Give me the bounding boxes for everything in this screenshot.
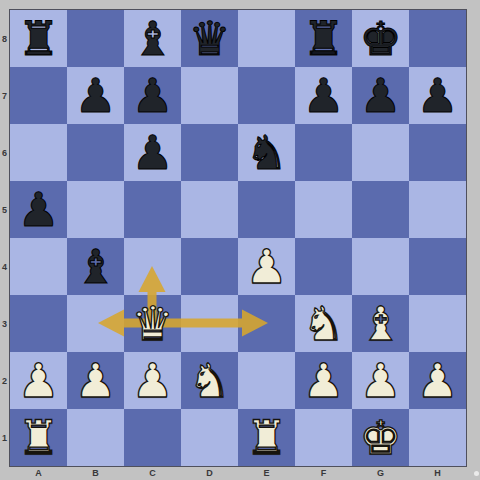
- square-g2[interactable]: ♟: [352, 352, 409, 409]
- square-d1[interactable]: [181, 409, 238, 466]
- square-h1[interactable]: [409, 409, 466, 466]
- square-c1[interactable]: [124, 409, 181, 466]
- square-b5[interactable]: [67, 181, 124, 238]
- square-a5[interactable]: ♟: [10, 181, 67, 238]
- square-e2[interactable]: [238, 352, 295, 409]
- piece-white-pawn[interactable]: ♟: [302, 357, 344, 404]
- square-e7[interactable]: [238, 67, 295, 124]
- square-e3[interactable]: [238, 295, 295, 352]
- square-a1[interactable]: ♜: [10, 409, 67, 466]
- piece-black-pawn[interactable]: ♟: [131, 72, 173, 119]
- square-a2[interactable]: ♟: [10, 352, 67, 409]
- square-c5[interactable]: [124, 181, 181, 238]
- square-c8[interactable]: ♝: [124, 10, 181, 67]
- square-a7[interactable]: [10, 67, 67, 124]
- piece-white-rook[interactable]: ♜: [17, 414, 59, 461]
- piece-black-pawn[interactable]: ♟: [17, 186, 59, 233]
- square-h5[interactable]: [409, 181, 466, 238]
- rank-label-5: 5: [0, 181, 9, 238]
- piece-white-pawn[interactable]: ♟: [74, 357, 116, 404]
- square-e8[interactable]: [238, 10, 295, 67]
- rank-label-3: 3: [0, 295, 9, 352]
- chess-app-window: ♜♝♛♜♚♟♟♟♟♟♟♞♟♝♟♛♞♝♟♟♟♞♟♟♟♜♜♚ 87654321 AB…: [0, 0, 480, 480]
- corner-dot: [474, 471, 479, 476]
- square-g7[interactable]: ♟: [352, 67, 409, 124]
- rank-label-7: 7: [0, 67, 9, 124]
- square-c7[interactable]: ♟: [124, 67, 181, 124]
- square-f4[interactable]: [295, 238, 352, 295]
- rank-label-2: 2: [0, 352, 9, 409]
- piece-white-queen[interactable]: ♛: [131, 300, 173, 347]
- square-g5[interactable]: [352, 181, 409, 238]
- square-g4[interactable]: [352, 238, 409, 295]
- file-label-d: D: [181, 466, 238, 480]
- piece-black-bishop[interactable]: ♝: [131, 15, 173, 62]
- square-h6[interactable]: [409, 124, 466, 181]
- square-b1[interactable]: [67, 409, 124, 466]
- piece-black-king[interactable]: ♚: [359, 15, 401, 62]
- piece-white-knight[interactable]: ♞: [302, 300, 344, 347]
- square-c6[interactable]: ♟: [124, 124, 181, 181]
- piece-black-rook[interactable]: ♜: [17, 15, 59, 62]
- square-c4[interactable]: [124, 238, 181, 295]
- file-label-e: E: [238, 466, 295, 480]
- square-a8[interactable]: ♜: [10, 10, 67, 67]
- square-c3[interactable]: ♛: [124, 295, 181, 352]
- square-d6[interactable]: [181, 124, 238, 181]
- piece-black-knight[interactable]: ♞: [245, 129, 287, 176]
- square-e5[interactable]: [238, 181, 295, 238]
- square-d3[interactable]: [181, 295, 238, 352]
- square-f7[interactable]: ♟: [295, 67, 352, 124]
- rank-label-4: 4: [0, 238, 9, 295]
- file-label-b: B: [67, 466, 124, 480]
- square-e4[interactable]: ♟: [238, 238, 295, 295]
- square-h4[interactable]: [409, 238, 466, 295]
- square-g3[interactable]: ♝: [352, 295, 409, 352]
- square-g1[interactable]: ♚: [352, 409, 409, 466]
- piece-white-pawn[interactable]: ♟: [359, 357, 401, 404]
- piece-black-pawn[interactable]: ♟: [131, 129, 173, 176]
- square-d5[interactable]: [181, 181, 238, 238]
- square-g8[interactable]: ♚: [352, 10, 409, 67]
- square-f2[interactable]: ♟: [295, 352, 352, 409]
- rank-labels: 87654321: [0, 10, 9, 466]
- piece-black-queen[interactable]: ♛: [188, 15, 230, 62]
- square-d2[interactable]: ♞: [181, 352, 238, 409]
- piece-white-pawn[interactable]: ♟: [416, 357, 458, 404]
- square-f8[interactable]: ♜: [295, 10, 352, 67]
- file-label-c: C: [124, 466, 181, 480]
- square-a4[interactable]: [10, 238, 67, 295]
- chess-board: ♜♝♛♜♚♟♟♟♟♟♟♞♟♝♟♛♞♝♟♟♟♞♟♟♟♜♜♚: [9, 9, 467, 467]
- square-a3[interactable]: [10, 295, 67, 352]
- rank-label-8: 8: [0, 10, 9, 67]
- file-labels: ABCDEFGH: [10, 466, 466, 480]
- square-b3[interactable]: [67, 295, 124, 352]
- piece-black-pawn[interactable]: ♟: [359, 72, 401, 119]
- square-b6[interactable]: [67, 124, 124, 181]
- square-f1[interactable]: [295, 409, 352, 466]
- piece-black-pawn[interactable]: ♟: [416, 72, 458, 119]
- file-label-a: A: [10, 466, 67, 480]
- square-h7[interactable]: ♟: [409, 67, 466, 124]
- file-label-g: G: [352, 466, 409, 480]
- piece-white-pawn[interactable]: ♟: [17, 357, 59, 404]
- square-f6[interactable]: [295, 124, 352, 181]
- square-f3[interactable]: ♞: [295, 295, 352, 352]
- piece-black-pawn[interactable]: ♟: [302, 72, 344, 119]
- piece-white-pawn[interactable]: ♟: [131, 357, 173, 404]
- piece-white-king[interactable]: ♚: [359, 414, 401, 461]
- square-h8[interactable]: [409, 10, 466, 67]
- square-d4[interactable]: [181, 238, 238, 295]
- square-g6[interactable]: [352, 124, 409, 181]
- file-label-h: H: [409, 466, 466, 480]
- square-b4[interactable]: ♝: [67, 238, 124, 295]
- rank-label-1: 1: [0, 409, 9, 466]
- square-b8[interactable]: [67, 10, 124, 67]
- square-b2[interactable]: ♟: [67, 352, 124, 409]
- piece-white-bishop[interactable]: ♝: [359, 300, 401, 347]
- piece-black-pawn[interactable]: ♟: [74, 72, 116, 119]
- piece-black-bishop[interactable]: ♝: [74, 243, 116, 290]
- piece-black-rook[interactable]: ♜: [302, 15, 344, 62]
- square-d8[interactable]: ♛: [181, 10, 238, 67]
- square-a6[interactable]: [10, 124, 67, 181]
- piece-white-knight[interactable]: ♞: [188, 357, 230, 404]
- piece-white-rook[interactable]: ♜: [245, 414, 287, 461]
- square-c2[interactable]: ♟: [124, 352, 181, 409]
- piece-white-pawn[interactable]: ♟: [245, 243, 287, 290]
- square-h3[interactable]: [409, 295, 466, 352]
- rank-label-6: 6: [0, 124, 9, 181]
- square-b7[interactable]: ♟: [67, 67, 124, 124]
- file-label-f: F: [295, 466, 352, 480]
- square-e1[interactable]: ♜: [238, 409, 295, 466]
- square-d7[interactable]: [181, 67, 238, 124]
- square-h2[interactable]: ♟: [409, 352, 466, 409]
- square-f5[interactable]: [295, 181, 352, 238]
- square-e6[interactable]: ♞: [238, 124, 295, 181]
